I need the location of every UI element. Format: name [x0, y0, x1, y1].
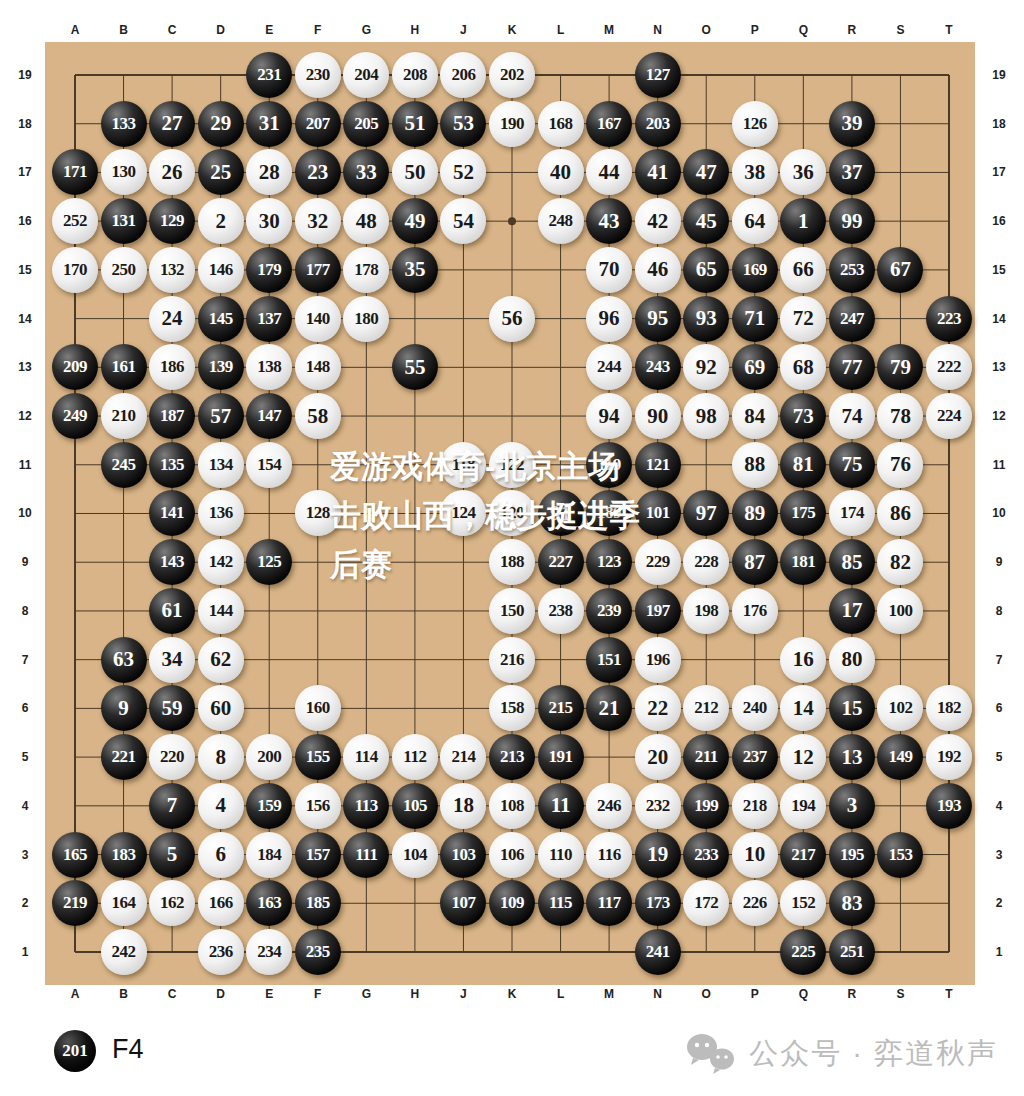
- stone-O3[interactable]: 233: [683, 832, 729, 878]
- stone-move-number: 169: [743, 260, 767, 280]
- col-label-bottom-K: K: [499, 986, 525, 1002]
- stone-P14[interactable]: 71: [732, 296, 778, 342]
- go-game-screenshot: 2312302042082062021271332729312072055153…: [0, 0, 1024, 1096]
- stone-C8[interactable]: 61: [149, 588, 195, 634]
- stone-H18[interactable]: 51: [392, 101, 438, 147]
- stone-P8[interactable]: 176: [732, 588, 778, 634]
- stone-F1[interactable]: 235: [295, 929, 341, 975]
- stone-C7[interactable]: 34: [149, 637, 195, 683]
- stone-P17[interactable]: 38: [732, 149, 778, 195]
- stone-P12[interactable]: 84: [732, 393, 778, 439]
- stone-K4[interactable]: 108: [489, 783, 535, 829]
- stone-N8[interactable]: 197: [635, 588, 681, 634]
- stone-move-number: 32: [307, 209, 328, 234]
- stone-move-number: 106: [500, 845, 524, 865]
- stone-move-number: 164: [112, 893, 136, 913]
- stone-F19[interactable]: 230: [295, 52, 341, 98]
- stone-M4[interactable]: 246: [586, 783, 632, 829]
- stone-F12[interactable]: 58: [295, 393, 341, 439]
- stone-D5[interactable]: 8: [198, 734, 244, 780]
- stone-A3[interactable]: 165: [52, 832, 98, 878]
- stone-move-number: 248: [549, 211, 573, 231]
- stone-move-number: 128: [306, 503, 330, 523]
- stone-N6[interactable]: 22: [635, 685, 681, 731]
- stone-move-number: 95: [647, 306, 668, 331]
- stone-move-number: 216: [500, 650, 524, 670]
- stone-L2[interactable]: 115: [538, 880, 584, 926]
- stone-K18[interactable]: 190: [489, 101, 535, 147]
- stone-N5[interactable]: 20: [635, 734, 681, 780]
- row-label-left-9: 9: [12, 554, 38, 570]
- col-label-bottom-S: S: [887, 986, 913, 1002]
- stone-P16[interactable]: 64: [732, 198, 778, 244]
- stone-move-number: 190: [500, 114, 524, 134]
- stone-move-number: 141: [160, 503, 184, 523]
- stone-D12[interactable]: 57: [198, 393, 244, 439]
- stone-R12[interactable]: 74: [829, 393, 875, 439]
- stone-C11[interactable]: 135: [149, 442, 195, 488]
- stone-B17[interactable]: 130: [101, 149, 147, 195]
- stone-move-number: 143: [160, 552, 184, 572]
- stone-N17[interactable]: 41: [635, 149, 681, 195]
- stone-move-number: 159: [257, 796, 281, 816]
- stone-T13[interactable]: 222: [926, 344, 972, 390]
- stone-move-number: 13: [841, 745, 862, 770]
- stone-B5[interactable]: 221: [101, 734, 147, 780]
- stone-F16[interactable]: 32: [295, 198, 341, 244]
- stone-R16[interactable]: 99: [829, 198, 875, 244]
- stone-N18[interactable]: 203: [635, 101, 681, 147]
- stone-B1[interactable]: 242: [101, 929, 147, 975]
- row-label-right-10: 10: [986, 505, 1012, 521]
- stone-move-number: 94: [599, 404, 620, 429]
- stone-move-number: 246: [597, 796, 621, 816]
- stone-L16[interactable]: 248: [538, 198, 584, 244]
- stone-M15[interactable]: 70: [586, 247, 632, 293]
- stone-move-number: 68: [793, 355, 814, 380]
- stone-move-number: 51: [404, 111, 425, 136]
- stone-move-number: 85: [841, 550, 862, 575]
- stone-M3[interactable]: 116: [586, 832, 632, 878]
- stone-B7[interactable]: 63: [101, 637, 147, 683]
- stone-P4[interactable]: 218: [732, 783, 778, 829]
- stone-B6[interactable]: 9: [101, 685, 147, 731]
- stone-B3[interactable]: 183: [101, 832, 147, 878]
- stone-move-number: 38: [744, 160, 765, 185]
- stone-move-number: 82: [890, 550, 911, 575]
- stone-C14[interactable]: 24: [149, 296, 195, 342]
- stone-E19[interactable]: 231: [246, 52, 292, 98]
- stone-H17[interactable]: 50: [392, 149, 438, 195]
- stone-K19[interactable]: 202: [489, 52, 535, 98]
- stone-R7[interactable]: 80: [829, 637, 875, 683]
- stone-R15[interactable]: 253: [829, 247, 875, 293]
- stone-move-number: 29: [210, 111, 231, 136]
- stone-F17[interactable]: 23: [295, 149, 341, 195]
- stone-O5[interactable]: 211: [683, 734, 729, 780]
- stone-E14[interactable]: 137: [246, 296, 292, 342]
- stone-move-number: 93: [696, 306, 717, 331]
- stone-G15[interactable]: 178: [343, 247, 389, 293]
- row-label-left-17: 17: [12, 164, 38, 180]
- stone-D11[interactable]: 134: [198, 442, 244, 488]
- row-label-right-9: 9: [986, 554, 1012, 570]
- stone-H16[interactable]: 49: [392, 198, 438, 244]
- stone-L5[interactable]: 191: [538, 734, 584, 780]
- stone-O4[interactable]: 199: [683, 783, 729, 829]
- col-label-bottom-L: L: [548, 986, 574, 1002]
- stone-move-number: 55: [404, 355, 425, 380]
- col-label-bottom-B: B: [111, 986, 137, 1002]
- stone-B12[interactable]: 210: [101, 393, 147, 439]
- stone-move-number: 175: [791, 503, 815, 523]
- stone-H4[interactable]: 105: [392, 783, 438, 829]
- stone-move-number: 214: [451, 747, 475, 767]
- stone-R14[interactable]: 247: [829, 296, 875, 342]
- stone-M7[interactable]: 151: [586, 637, 632, 683]
- stone-A13[interactable]: 209: [52, 344, 98, 390]
- stone-Q1[interactable]: 225: [780, 929, 826, 975]
- stone-A2[interactable]: 219: [52, 880, 98, 926]
- stone-move-number: 4: [215, 793, 226, 818]
- col-label-bottom-G: G: [353, 986, 379, 1002]
- stone-move-number: 191: [549, 747, 573, 767]
- stone-O12[interactable]: 98: [683, 393, 729, 439]
- stone-H15[interactable]: 35: [392, 247, 438, 293]
- col-label-bottom-N: N: [645, 986, 671, 1002]
- stone-Q4[interactable]: 194: [780, 783, 826, 829]
- stone-move-number: 64: [744, 209, 765, 234]
- stone-L18[interactable]: 168: [538, 101, 584, 147]
- overlay-caption-line1: 爱游戏体育-北京主场: [330, 442, 710, 491]
- stone-B16[interactable]: 131: [101, 198, 147, 244]
- col-label-bottom-J: J: [450, 986, 476, 1002]
- stone-move-number: 19: [647, 842, 668, 867]
- stone-F18[interactable]: 207: [295, 101, 341, 147]
- stone-move-number: 111: [355, 845, 377, 865]
- stone-N2[interactable]: 173: [635, 880, 681, 926]
- stone-move-number: 253: [840, 260, 864, 280]
- stone-F4[interactable]: 156: [295, 783, 341, 829]
- stone-O14[interactable]: 93: [683, 296, 729, 342]
- stone-move-number: 144: [209, 601, 233, 621]
- stone-move-number: 20: [647, 745, 668, 770]
- stone-C12[interactable]: 187: [149, 393, 195, 439]
- stone-M14[interactable]: 96: [586, 296, 632, 342]
- stone-H5[interactable]: 112: [392, 734, 438, 780]
- stone-S3[interactable]: 153: [877, 832, 923, 878]
- stone-move-number: 157: [306, 845, 330, 865]
- stone-P3[interactable]: 10: [732, 832, 778, 878]
- row-label-left-19: 19: [12, 67, 38, 83]
- stone-Q11[interactable]: 81: [780, 442, 826, 488]
- stone-move-number: 6: [215, 842, 226, 867]
- stone-move-number: 44: [599, 160, 620, 185]
- stone-H3[interactable]: 104: [392, 832, 438, 878]
- stone-J18[interactable]: 53: [440, 101, 486, 147]
- row-label-right-15: 15: [986, 262, 1012, 278]
- stone-P2[interactable]: 226: [732, 880, 778, 926]
- stone-K14[interactable]: 56: [489, 296, 535, 342]
- stone-move-number: 195: [840, 845, 864, 865]
- stone-move-number: 219: [63, 893, 87, 913]
- stone-L3[interactable]: 110: [538, 832, 584, 878]
- stone-L8[interactable]: 238: [538, 588, 584, 634]
- stone-E4[interactable]: 159: [246, 783, 292, 829]
- stone-M16[interactable]: 43: [586, 198, 632, 244]
- stone-D8[interactable]: 144: [198, 588, 244, 634]
- stone-Q3[interactable]: 217: [780, 832, 826, 878]
- stone-P6[interactable]: 240: [732, 685, 778, 731]
- stone-move-number: 117: [598, 893, 621, 913]
- stone-G3[interactable]: 111: [343, 832, 389, 878]
- stone-F14[interactable]: 140: [295, 296, 341, 342]
- stone-R13[interactable]: 77: [829, 344, 875, 390]
- stone-E3[interactable]: 184: [246, 832, 292, 878]
- stone-N12[interactable]: 90: [635, 393, 681, 439]
- stone-move-number: 240: [743, 698, 767, 718]
- stone-D1[interactable]: 236: [198, 929, 244, 975]
- stone-move-number: 237: [743, 747, 767, 767]
- stone-G18[interactable]: 205: [343, 101, 389, 147]
- stone-K7[interactable]: 216: [489, 637, 535, 683]
- stone-move-number: 245: [112, 455, 136, 475]
- stone-E15[interactable]: 179: [246, 247, 292, 293]
- stone-move-number: 53: [453, 111, 474, 136]
- stone-E1[interactable]: 234: [246, 929, 292, 975]
- stone-C5[interactable]: 220: [149, 734, 195, 780]
- stone-R1[interactable]: 251: [829, 929, 875, 975]
- stone-move-number: 79: [890, 355, 911, 380]
- stone-move-number: 225: [791, 942, 815, 962]
- stone-D3[interactable]: 6: [198, 832, 244, 878]
- stone-move-number: 63: [113, 647, 134, 672]
- stone-P18[interactable]: 126: [732, 101, 778, 147]
- stone-K5[interactable]: 213: [489, 734, 535, 780]
- stone-move-number: 5: [167, 842, 178, 867]
- stone-move-number: 165: [63, 845, 87, 865]
- stone-move-number: 43: [599, 209, 620, 234]
- stone-R18[interactable]: 39: [829, 101, 875, 147]
- stone-R11[interactable]: 75: [829, 442, 875, 488]
- stone-M18[interactable]: 167: [586, 101, 632, 147]
- stone-E5[interactable]: 200: [246, 734, 292, 780]
- stone-K8[interactable]: 150: [489, 588, 535, 634]
- stone-Q14[interactable]: 72: [780, 296, 826, 342]
- stone-move-number: 136: [209, 503, 233, 523]
- stone-R4[interactable]: 3: [829, 783, 875, 829]
- row-label-left-12: 12: [12, 408, 38, 424]
- stone-R17[interactable]: 37: [829, 149, 875, 195]
- stone-N14[interactable]: 95: [635, 296, 681, 342]
- stone-O8[interactable]: 198: [683, 588, 729, 634]
- stone-move-number: 70: [599, 257, 620, 282]
- stone-move-number: 99: [841, 209, 862, 234]
- stone-D6[interactable]: 60: [198, 685, 244, 731]
- stone-B15[interactable]: 250: [101, 247, 147, 293]
- stone-Q15[interactable]: 66: [780, 247, 826, 293]
- stone-R9[interactable]: 85: [829, 539, 875, 585]
- col-label-bottom-Q: Q: [790, 986, 816, 1002]
- stone-R6[interactable]: 15: [829, 685, 875, 731]
- stone-D16[interactable]: 2: [198, 198, 244, 244]
- stone-D2[interactable]: 166: [198, 880, 244, 926]
- stone-P9[interactable]: 87: [732, 539, 778, 585]
- stone-move-number: 125: [257, 552, 281, 572]
- stone-move-number: 14: [793, 696, 814, 721]
- stone-B2[interactable]: 164: [101, 880, 147, 926]
- stone-S15[interactable]: 67: [877, 247, 923, 293]
- col-label-bottom-R: R: [839, 986, 865, 1002]
- stone-D14[interactable]: 145: [198, 296, 244, 342]
- stone-F3[interactable]: 157: [295, 832, 341, 878]
- stone-move-number: 134: [209, 455, 233, 475]
- stone-Q7[interactable]: 16: [780, 637, 826, 683]
- stone-L4[interactable]: 11: [538, 783, 584, 829]
- stone-A15[interactable]: 170: [52, 247, 98, 293]
- stone-D10[interactable]: 136: [198, 490, 244, 536]
- stone-move-number: 167: [597, 114, 621, 134]
- stone-N16[interactable]: 42: [635, 198, 681, 244]
- stone-move-number: 152: [791, 893, 815, 913]
- stone-D9[interactable]: 142: [198, 539, 244, 585]
- stone-K3[interactable]: 106: [489, 832, 535, 878]
- stone-move-number: 100: [888, 601, 912, 621]
- stone-N13[interactable]: 243: [635, 344, 681, 390]
- stone-K2[interactable]: 109: [489, 880, 535, 926]
- col-label-top-F: F: [305, 22, 331, 38]
- row-label-right-1: 1: [986, 944, 1012, 960]
- stone-N19[interactable]: 127: [635, 52, 681, 98]
- stone-M12[interactable]: 94: [586, 393, 632, 439]
- stone-F6[interactable]: 160: [295, 685, 341, 731]
- stone-F13[interactable]: 148: [295, 344, 341, 390]
- stone-B18[interactable]: 133: [101, 101, 147, 147]
- stone-move-number: 52: [453, 160, 474, 185]
- stone-E18[interactable]: 31: [246, 101, 292, 147]
- stone-T14[interactable]: 223: [926, 296, 972, 342]
- stone-E11[interactable]: 154: [246, 442, 292, 488]
- stone-move-number: 226: [743, 893, 767, 913]
- stone-D15[interactable]: 146: [198, 247, 244, 293]
- stone-O15[interactable]: 65: [683, 247, 729, 293]
- stone-move-number: 242: [112, 942, 136, 962]
- stone-P13[interactable]: 69: [732, 344, 778, 390]
- stone-R5[interactable]: 13: [829, 734, 875, 780]
- stone-move-number: 249: [63, 406, 87, 426]
- stone-B11[interactable]: 245: [101, 442, 147, 488]
- stone-C15[interactable]: 132: [149, 247, 195, 293]
- stone-move-number: 89: [744, 501, 765, 526]
- stone-J3[interactable]: 103: [440, 832, 486, 878]
- stone-move-number: 16: [793, 647, 814, 672]
- stone-G19[interactable]: 204: [343, 52, 389, 98]
- stone-C4[interactable]: 7: [149, 783, 195, 829]
- stone-R2[interactable]: 83: [829, 880, 875, 926]
- stone-D4[interactable]: 4: [198, 783, 244, 829]
- stone-T12[interactable]: 224: [926, 393, 972, 439]
- stone-H19[interactable]: 208: [392, 52, 438, 98]
- stone-B13[interactable]: 161: [101, 344, 147, 390]
- stone-move-number: 210: [112, 406, 136, 426]
- row-label-right-18: 18: [986, 116, 1012, 132]
- col-label-bottom-O: O: [693, 986, 719, 1002]
- stone-R3[interactable]: 195: [829, 832, 875, 878]
- stone-J4[interactable]: 18: [440, 783, 486, 829]
- stone-S11[interactable]: 76: [877, 442, 923, 488]
- stone-move-number: 112: [403, 747, 426, 767]
- stone-move-number: 31: [259, 111, 280, 136]
- stone-G14[interactable]: 180: [343, 296, 389, 342]
- stone-move-number: 176: [743, 601, 767, 621]
- row-label-left-11: 11: [12, 457, 38, 473]
- stone-N4[interactable]: 232: [635, 783, 681, 829]
- stone-move-number: 218: [743, 796, 767, 816]
- stone-F15[interactable]: 177: [295, 247, 341, 293]
- stone-move-number: 181: [791, 552, 815, 572]
- stone-move-number: 213: [500, 747, 524, 767]
- col-label-top-Q: Q: [790, 22, 816, 38]
- stone-M8[interactable]: 239: [586, 588, 632, 634]
- stone-move-number: 203: [646, 114, 670, 134]
- stone-move-number: 49: [404, 209, 425, 234]
- stone-A16[interactable]: 252: [52, 198, 98, 244]
- stone-N3[interactable]: 19: [635, 832, 681, 878]
- stone-T5[interactable]: 192: [926, 734, 972, 780]
- stone-P10[interactable]: 89: [732, 490, 778, 536]
- stone-move-number: 78: [890, 404, 911, 429]
- stone-P15[interactable]: 169: [732, 247, 778, 293]
- stone-F2[interactable]: 185: [295, 880, 341, 926]
- stone-A12[interactable]: 249: [52, 393, 98, 439]
- stone-move-number: 115: [549, 893, 572, 913]
- stone-D7[interactable]: 62: [198, 637, 244, 683]
- stone-move-number: 145: [209, 309, 233, 329]
- stone-D13[interactable]: 139: [198, 344, 244, 390]
- stone-L17[interactable]: 40: [538, 149, 584, 195]
- stone-move-number: 217: [791, 845, 815, 865]
- stone-N1[interactable]: 241: [635, 929, 681, 975]
- stone-move-number: 170: [63, 260, 87, 280]
- current-move-stone: 201: [54, 1030, 96, 1072]
- stone-move-number: 186: [160, 357, 184, 377]
- stone-L6[interactable]: 215: [538, 685, 584, 731]
- row-label-left-13: 13: [12, 359, 38, 375]
- stone-N15[interactable]: 46: [635, 247, 681, 293]
- stone-G4[interactable]: 113: [343, 783, 389, 829]
- stone-move-number: 109: [500, 893, 524, 913]
- stone-C16[interactable]: 129: [149, 198, 195, 244]
- stone-N7[interactable]: 196: [635, 637, 681, 683]
- stone-H13[interactable]: 55: [392, 344, 438, 390]
- stone-C3[interactable]: 5: [149, 832, 195, 878]
- stone-D17[interactable]: 25: [198, 149, 244, 195]
- stone-C18[interactable]: 27: [149, 101, 195, 147]
- stone-P11[interactable]: 88: [732, 442, 778, 488]
- stone-E12[interactable]: 147: [246, 393, 292, 439]
- stone-D18[interactable]: 29: [198, 101, 244, 147]
- stone-move-number: 77: [841, 355, 862, 380]
- stone-P5[interactable]: 237: [732, 734, 778, 780]
- stone-move-number: 247: [840, 309, 864, 329]
- stone-T4[interactable]: 193: [926, 783, 972, 829]
- stone-move-number: 65: [696, 257, 717, 282]
- stone-R8[interactable]: 17: [829, 588, 875, 634]
- stone-move-number: 126: [743, 114, 767, 134]
- stone-C9[interactable]: 143: [149, 539, 195, 585]
- col-label-top-B: B: [111, 22, 137, 38]
- stone-F5[interactable]: 155: [295, 734, 341, 780]
